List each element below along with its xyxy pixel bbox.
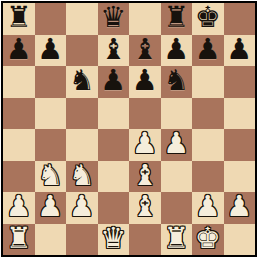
piece-white-knight[interactable]: ♞ (69, 161, 95, 192)
square-e8[interactable] (129, 3, 161, 35)
piece-black-pawn[interactable]: ♟ (163, 35, 189, 66)
square-e6[interactable]: ♟ (129, 66, 161, 98)
square-h2[interactable]: ♟ (224, 192, 256, 224)
square-e3[interactable]: ♝ (129, 161, 161, 193)
piece-white-pawn[interactable]: ♟ (132, 129, 158, 160)
square-d4[interactable] (98, 129, 130, 161)
chess-board-frame: ♜♛♜♚♟♟♝♝♟♟♟♞♟♟♞♟♟♞♞♝♟♟♟♝♟♟♜♛♜♚ (1, 1, 257, 257)
square-g1[interactable]: ♚ (192, 224, 224, 256)
square-f4[interactable]: ♟ (161, 129, 193, 161)
square-b7[interactable]: ♟ (35, 35, 67, 67)
square-g5[interactable] (192, 98, 224, 130)
piece-white-pawn[interactable]: ♟ (69, 192, 95, 223)
square-b2[interactable]: ♟ (35, 192, 67, 224)
square-d7[interactable]: ♝ (98, 35, 130, 67)
square-d2[interactable] (98, 192, 130, 224)
square-g2[interactable]: ♟ (192, 192, 224, 224)
piece-black-bishop[interactable]: ♝ (132, 35, 158, 66)
square-g8[interactable]: ♚ (192, 3, 224, 35)
piece-white-pawn[interactable]: ♟ (37, 192, 63, 223)
piece-white-pawn[interactable]: ♟ (226, 192, 252, 223)
square-c4[interactable] (66, 129, 98, 161)
square-h7[interactable]: ♟ (224, 35, 256, 67)
square-d5[interactable] (98, 98, 130, 130)
square-f1[interactable]: ♜ (161, 224, 193, 256)
square-b1[interactable] (35, 224, 67, 256)
piece-white-knight[interactable]: ♞ (37, 161, 63, 192)
piece-white-bishop[interactable]: ♝ (132, 161, 158, 192)
piece-white-pawn[interactable]: ♟ (163, 129, 189, 160)
square-d6[interactable]: ♟ (98, 66, 130, 98)
piece-white-bishop[interactable]: ♝ (132, 192, 158, 223)
square-h4[interactable] (224, 129, 256, 161)
piece-white-king[interactable]: ♚ (195, 224, 221, 255)
piece-black-bishop[interactable]: ♝ (100, 35, 126, 66)
piece-white-queen[interactable]: ♛ (100, 224, 126, 255)
square-c5[interactable] (66, 98, 98, 130)
square-a5[interactable] (3, 98, 35, 130)
piece-black-pawn[interactable]: ♟ (132, 66, 158, 97)
square-a2[interactable]: ♟ (3, 192, 35, 224)
square-c8[interactable] (66, 3, 98, 35)
square-a7[interactable]: ♟ (3, 35, 35, 67)
square-g7[interactable]: ♟ (192, 35, 224, 67)
square-e1[interactable] (129, 224, 161, 256)
square-h6[interactable] (224, 66, 256, 98)
square-f3[interactable] (161, 161, 193, 193)
piece-black-pawn[interactable]: ♟ (6, 35, 32, 66)
square-g3[interactable] (192, 161, 224, 193)
piece-black-pawn[interactable]: ♟ (100, 66, 126, 97)
square-d3[interactable] (98, 161, 130, 193)
square-b3[interactable]: ♞ (35, 161, 67, 193)
square-f6[interactable]: ♞ (161, 66, 193, 98)
piece-black-pawn[interactable]: ♟ (226, 35, 252, 66)
square-f8[interactable]: ♜ (161, 3, 193, 35)
piece-black-knight[interactable]: ♞ (163, 66, 189, 97)
square-a3[interactable] (3, 161, 35, 193)
square-d8[interactable]: ♛ (98, 3, 130, 35)
piece-white-pawn[interactable]: ♟ (195, 192, 221, 223)
square-f5[interactable] (161, 98, 193, 130)
piece-white-rook[interactable]: ♜ (6, 224, 32, 255)
square-e7[interactable]: ♝ (129, 35, 161, 67)
piece-black-pawn[interactable]: ♟ (37, 35, 63, 66)
square-b4[interactable] (35, 129, 67, 161)
square-a6[interactable] (3, 66, 35, 98)
square-h8[interactable] (224, 3, 256, 35)
square-a8[interactable]: ♜ (3, 3, 35, 35)
square-a1[interactable]: ♜ (3, 224, 35, 256)
square-d1[interactable]: ♛ (98, 224, 130, 256)
piece-black-knight[interactable]: ♞ (69, 66, 95, 97)
piece-white-rook[interactable]: ♜ (163, 224, 189, 255)
square-c2[interactable]: ♟ (66, 192, 98, 224)
square-c3[interactable]: ♞ (66, 161, 98, 193)
square-c1[interactable] (66, 224, 98, 256)
square-b8[interactable] (35, 3, 67, 35)
piece-black-rook[interactable]: ♜ (6, 3, 32, 34)
square-b5[interactable] (35, 98, 67, 130)
square-f7[interactable]: ♟ (161, 35, 193, 67)
square-g4[interactable] (192, 129, 224, 161)
square-c6[interactable]: ♞ (66, 66, 98, 98)
square-e2[interactable]: ♝ (129, 192, 161, 224)
square-g6[interactable] (192, 66, 224, 98)
piece-black-pawn[interactable]: ♟ (195, 35, 221, 66)
square-c7[interactable] (66, 35, 98, 67)
piece-white-pawn[interactable]: ♟ (6, 192, 32, 223)
square-h1[interactable] (224, 224, 256, 256)
square-e5[interactable] (129, 98, 161, 130)
square-f2[interactable] (161, 192, 193, 224)
square-h5[interactable] (224, 98, 256, 130)
piece-black-rook[interactable]: ♜ (163, 3, 189, 34)
chess-board: ♜♛♜♚♟♟♝♝♟♟♟♞♟♟♞♟♟♞♞♝♟♟♟♝♟♟♜♛♜♚ (3, 3, 255, 255)
square-e4[interactable]: ♟ (129, 129, 161, 161)
piece-black-king[interactable]: ♚ (195, 3, 221, 34)
piece-black-queen[interactable]: ♛ (100, 3, 126, 34)
square-b6[interactable] (35, 66, 67, 98)
square-a4[interactable] (3, 129, 35, 161)
square-h3[interactable] (224, 161, 256, 193)
